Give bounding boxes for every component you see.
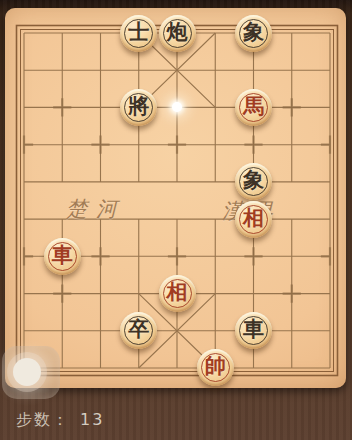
piece-character: 將 bbox=[128, 96, 149, 117]
piece-character: 象 bbox=[243, 170, 264, 191]
piece-character: 炮 bbox=[167, 22, 188, 43]
piece-red-相[interactable]: 相 bbox=[159, 275, 196, 312]
piece-character: 車 bbox=[243, 319, 264, 340]
app-window: 楚河 漢界 士炮象將馬象相車相卒車帥 步数：13 bbox=[0, 0, 352, 440]
piece-red-帥[interactable]: 帥 bbox=[197, 349, 234, 386]
assistive-touch-button[interactable] bbox=[2, 346, 60, 399]
piece-character: 馬 bbox=[243, 96, 264, 117]
river-label-chu-he: 楚河 bbox=[66, 195, 126, 223]
status-bar: 步数：13 bbox=[16, 410, 104, 431]
piece-black-象[interactable]: 象 bbox=[235, 15, 272, 52]
piece-character: 卒 bbox=[128, 319, 149, 340]
piece-character: 帥 bbox=[205, 356, 226, 377]
piece-black-士[interactable]: 士 bbox=[120, 15, 157, 52]
steps-label: 步数： bbox=[16, 410, 70, 429]
piece-red-車[interactable]: 車 bbox=[44, 238, 81, 275]
piece-red-馬[interactable]: 馬 bbox=[235, 89, 272, 126]
piece-character: 士 bbox=[128, 22, 149, 43]
piece-character: 相 bbox=[167, 282, 188, 303]
piece-character: 車 bbox=[52, 245, 73, 266]
piece-black-車[interactable]: 車 bbox=[235, 312, 272, 349]
piece-red-相[interactable]: 相 bbox=[235, 201, 272, 238]
steps-value: 13 bbox=[80, 410, 104, 429]
piece-character: 象 bbox=[243, 22, 264, 43]
piece-character: 相 bbox=[243, 208, 264, 229]
piece-black-炮[interactable]: 炮 bbox=[159, 15, 196, 52]
piece-black-將[interactable]: 將 bbox=[120, 89, 157, 126]
assistive-touch-circle-icon bbox=[13, 358, 41, 386]
xiangqi-board[interactable]: 楚河 漢界 士炮象將馬象相車相卒車帥 bbox=[5, 8, 346, 388]
